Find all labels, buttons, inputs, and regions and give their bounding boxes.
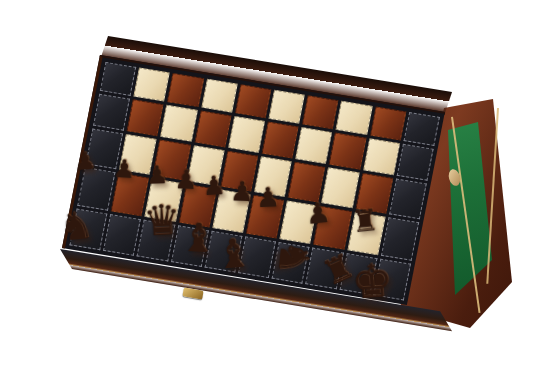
board-square — [228, 116, 265, 153]
chess-piece-king: ♚ — [350, 257, 394, 306]
chess-piece-knight: ♞ — [273, 238, 316, 277]
chess-piece-pawn: ♟ — [229, 177, 254, 205]
chess-piece-bishop: ♝ — [179, 217, 217, 259]
border-square — [100, 62, 137, 96]
board-square — [363, 138, 400, 175]
board-square — [201, 79, 238, 113]
chess-piece-pawn: ♟ — [255, 183, 280, 211]
chess-piece-pawn: ♟ — [112, 156, 136, 182]
board-square — [134, 67, 171, 101]
board-square — [302, 95, 339, 129]
chess-piece-pawn: ♟ — [73, 149, 96, 174]
chess-piece-knight: ♞ — [57, 206, 95, 247]
border-square — [396, 144, 433, 181]
chess-piece-pawn: ♟ — [202, 172, 227, 199]
chess-piece-rook: ♜ — [350, 205, 380, 238]
border-square — [103, 214, 141, 256]
board-square — [235, 84, 272, 118]
board-square — [167, 73, 204, 107]
chess-piece-queen: ♛ — [142, 199, 182, 243]
chess-piece-bishop: ♝ — [213, 232, 252, 275]
chess-piece-pawn: ♟ — [145, 162, 168, 188]
chess-piece-pawn: ♟ — [304, 199, 332, 229]
board-square — [127, 99, 164, 136]
chess-piece-pawn: ♟ — [174, 166, 198, 193]
board-square — [336, 101, 373, 135]
board-square — [329, 133, 366, 170]
border-square — [93, 94, 130, 131]
board-square — [269, 90, 306, 124]
board-square — [295, 127, 332, 164]
board-square — [194, 110, 231, 147]
photo-background: ♟♟♟♟♟♟♟♟♜♞♛♝♝♞♜♚ — [0, 0, 550, 366]
border-square — [389, 179, 427, 219]
border-square — [403, 112, 440, 146]
board-square — [160, 105, 197, 142]
board-square — [262, 121, 299, 158]
board-square — [370, 106, 407, 140]
